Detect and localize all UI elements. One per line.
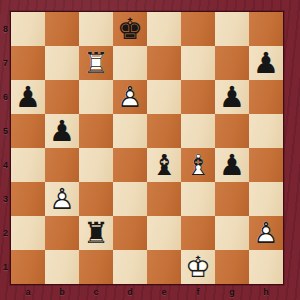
square-c7[interactable]: ♜♖ (79, 46, 113, 80)
square-e5[interactable] (147, 114, 181, 148)
white-pawn[interactable]: ♟♙ (113, 80, 147, 114)
black-pawn[interactable]: ♟ (249, 46, 283, 80)
square-c6[interactable] (79, 80, 113, 114)
square-c1[interactable] (79, 250, 113, 284)
square-g3[interactable] (215, 182, 249, 216)
square-f2[interactable] (181, 216, 215, 250)
square-g6[interactable]: ♟ (215, 80, 249, 114)
rank-label-3: 3 (0, 182, 11, 216)
file-label-a: a (11, 284, 45, 300)
square-b4[interactable] (45, 148, 79, 182)
square-d1[interactable] (113, 250, 147, 284)
square-e6[interactable] (147, 80, 181, 114)
square-h8[interactable] (249, 12, 283, 46)
square-d6[interactable]: ♟♙ (113, 80, 147, 114)
white-pawn-outline: ♙ (113, 80, 147, 114)
rank-label-2: 2 (0, 216, 11, 250)
square-h6[interactable] (249, 80, 283, 114)
square-g7[interactable] (215, 46, 249, 80)
square-d8[interactable]: ♚ (113, 12, 147, 46)
white-king[interactable]: ♚♔ (181, 250, 215, 284)
square-a8[interactable] (11, 12, 45, 46)
square-h3[interactable] (249, 182, 283, 216)
square-a1[interactable] (11, 250, 45, 284)
square-a6[interactable]: ♟ (11, 80, 45, 114)
chessboard: ♚♜♖♟♟♟♙♟♟♝♝♗♟♟♙♜♟♙♚♔ 87654321 abcdefgh (0, 0, 300, 300)
square-e3[interactable] (147, 182, 181, 216)
black-king[interactable]: ♚ (113, 12, 147, 46)
square-d7[interactable] (113, 46, 147, 80)
square-f4[interactable]: ♝♗ (181, 148, 215, 182)
square-h5[interactable] (249, 114, 283, 148)
square-b2[interactable] (45, 216, 79, 250)
white-bishop-outline: ♗ (181, 148, 215, 182)
file-label-d: d (113, 284, 147, 300)
square-h2[interactable]: ♟♙ (249, 216, 283, 250)
black-bishop[interactable]: ♝ (147, 148, 181, 182)
rank-label-6: 6 (0, 80, 11, 114)
board-grid: ♚♜♖♟♟♟♙♟♟♝♝♗♟♟♙♜♟♙♚♔ (11, 12, 283, 284)
square-f3[interactable] (181, 182, 215, 216)
square-e7[interactable] (147, 46, 181, 80)
black-pawn[interactable]: ♟ (45, 114, 79, 148)
black-pawn[interactable]: ♟ (11, 80, 45, 114)
file-label-h: h (249, 284, 283, 300)
square-d2[interactable] (113, 216, 147, 250)
white-rook-outline: ♖ (79, 46, 113, 80)
square-f7[interactable] (181, 46, 215, 80)
square-g4[interactable]: ♟ (215, 148, 249, 182)
square-c8[interactable] (79, 12, 113, 46)
square-g8[interactable] (215, 12, 249, 46)
file-label-e: e (147, 284, 181, 300)
square-f6[interactable] (181, 80, 215, 114)
square-h4[interactable] (249, 148, 283, 182)
white-pawn[interactable]: ♟♙ (45, 182, 79, 216)
square-e8[interactable] (147, 12, 181, 46)
file-label-g: g (215, 284, 249, 300)
square-a5[interactable] (11, 114, 45, 148)
square-f5[interactable] (181, 114, 215, 148)
white-king-outline: ♔ (181, 250, 215, 284)
square-d3[interactable] (113, 182, 147, 216)
square-f8[interactable] (181, 12, 215, 46)
file-label-b: b (45, 284, 79, 300)
square-b3[interactable]: ♟♙ (45, 182, 79, 216)
square-c3[interactable] (79, 182, 113, 216)
square-g5[interactable] (215, 114, 249, 148)
square-e4[interactable]: ♝ (147, 148, 181, 182)
rank-label-5: 5 (0, 114, 11, 148)
square-a3[interactable] (11, 182, 45, 216)
white-bishop[interactable]: ♝♗ (181, 148, 215, 182)
white-pawn[interactable]: ♟♙ (249, 216, 283, 250)
square-f1[interactable]: ♚♔ (181, 250, 215, 284)
white-rook[interactable]: ♜♖ (79, 46, 113, 80)
black-rook[interactable]: ♜ (79, 216, 113, 250)
rank-label-1: 1 (0, 250, 11, 284)
white-pawn-outline: ♙ (45, 182, 79, 216)
rank-label-7: 7 (0, 46, 11, 80)
square-h1[interactable] (249, 250, 283, 284)
black-pawn[interactable]: ♟ (215, 80, 249, 114)
square-d4[interactable] (113, 148, 147, 182)
rank-label-4: 4 (0, 148, 11, 182)
square-g2[interactable] (215, 216, 249, 250)
square-a4[interactable] (11, 148, 45, 182)
square-a7[interactable] (11, 46, 45, 80)
square-b6[interactable] (45, 80, 79, 114)
black-pawn[interactable]: ♟ (215, 148, 249, 182)
file-label-c: c (79, 284, 113, 300)
square-b7[interactable] (45, 46, 79, 80)
rank-label-8: 8 (0, 12, 11, 46)
square-b1[interactable] (45, 250, 79, 284)
square-c5[interactable] (79, 114, 113, 148)
square-c2[interactable]: ♜ (79, 216, 113, 250)
square-d5[interactable] (113, 114, 147, 148)
file-label-f: f (181, 284, 215, 300)
white-pawn-outline: ♙ (249, 216, 283, 250)
square-h7[interactable]: ♟ (249, 46, 283, 80)
square-e2[interactable] (147, 216, 181, 250)
square-c4[interactable] (79, 148, 113, 182)
square-g1[interactable] (215, 250, 249, 284)
square-b5[interactable]: ♟ (45, 114, 79, 148)
square-b8[interactable] (45, 12, 79, 46)
square-a2[interactable] (11, 216, 45, 250)
square-e1[interactable] (147, 250, 181, 284)
